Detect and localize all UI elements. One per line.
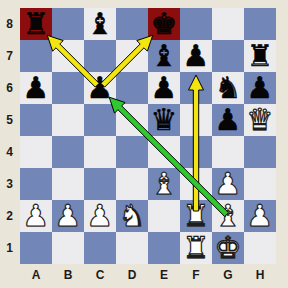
square-c2[interactable]: ♟ (84, 200, 116, 232)
square-b6[interactable] (52, 72, 84, 104)
square-e8[interactable]: ♚ (148, 8, 180, 40)
square-g5[interactable]: ♟ (212, 104, 244, 136)
square-c7[interactable] (84, 40, 116, 72)
square-b8[interactable] (52, 8, 84, 40)
square-h5[interactable]: ♛ (244, 104, 276, 136)
square-h2[interactable]: ♟ (244, 200, 276, 232)
square-g3[interactable]: ♟ (212, 168, 244, 200)
piece-white-pawn[interactable]: ♟ (84, 200, 116, 232)
file-label-b: B (52, 265, 84, 285)
square-c4[interactable] (84, 136, 116, 168)
piece-white-bishop[interactable]: ♝ (148, 168, 180, 200)
piece-white-king[interactable]: ♚ (212, 232, 244, 264)
square-c5[interactable] (84, 104, 116, 136)
square-h8[interactable] (244, 8, 276, 40)
square-h1[interactable] (244, 232, 276, 264)
square-g1[interactable]: ♚ (212, 232, 244, 264)
square-a5[interactable] (20, 104, 52, 136)
square-g2[interactable]: ♝ (212, 200, 244, 232)
square-c6[interactable]: ♟ (84, 72, 116, 104)
rank-label-2: 2 (2, 200, 17, 232)
square-c8[interactable]: ♝ (84, 8, 116, 40)
square-a4[interactable] (20, 136, 52, 168)
piece-white-pawn[interactable]: ♟ (212, 168, 244, 200)
square-e4[interactable] (148, 136, 180, 168)
piece-black-pawn[interactable]: ♟ (20, 72, 52, 104)
piece-black-pawn[interactable]: ♟ (148, 72, 180, 104)
file-label-d: D (116, 265, 148, 285)
square-b4[interactable] (52, 136, 84, 168)
square-f4[interactable] (180, 136, 212, 168)
square-g6[interactable]: ♞ (212, 72, 244, 104)
square-d3[interactable] (116, 168, 148, 200)
piece-black-bishop[interactable]: ♝ (148, 40, 180, 72)
file-label-f: F (180, 265, 212, 285)
file-label-h: H (244, 265, 276, 285)
square-g8[interactable] (212, 8, 244, 40)
file-label-c: C (84, 265, 116, 285)
square-b5[interactable] (52, 104, 84, 136)
square-h6[interactable]: ♟ (244, 72, 276, 104)
piece-black-queen[interactable]: ♛ (148, 104, 180, 136)
rank-label-6: 6 (2, 72, 17, 104)
square-a1[interactable] (20, 232, 52, 264)
square-b2[interactable]: ♟ (52, 200, 84, 232)
square-f3[interactable] (180, 168, 212, 200)
square-a8[interactable]: ♜ (20, 8, 52, 40)
piece-white-bishop[interactable]: ♝ (212, 200, 244, 232)
square-b1[interactable] (52, 232, 84, 264)
square-d8[interactable] (116, 8, 148, 40)
square-c3[interactable] (84, 168, 116, 200)
piece-black-pawn[interactable]: ♟ (244, 72, 276, 104)
rank-label-4: 4 (2, 136, 17, 168)
rank-label-3: 3 (2, 168, 17, 200)
square-d2[interactable]: ♞ (116, 200, 148, 232)
square-e1[interactable] (148, 232, 180, 264)
square-e6[interactable]: ♟ (148, 72, 180, 104)
rank-label-1: 1 (2, 232, 17, 264)
square-a2[interactable]: ♟ (20, 200, 52, 232)
square-d1[interactable] (116, 232, 148, 264)
square-f5[interactable] (180, 104, 212, 136)
piece-black-rook[interactable]: ♜ (244, 40, 276, 72)
square-c1[interactable] (84, 232, 116, 264)
square-d7[interactable] (116, 40, 148, 72)
square-d5[interactable] (116, 104, 148, 136)
square-e5[interactable]: ♛ (148, 104, 180, 136)
piece-white-rook[interactable]: ♜ (180, 200, 212, 232)
chess-app-screen: ♜♝♚♝♟♜♟♟♟♞♟♛♟♛♝♟♟♟♟♞♜♝♟♜♚ 87654321 ABCDE… (0, 0, 288, 288)
square-h4[interactable] (244, 136, 276, 168)
piece-black-king[interactable]: ♚ (148, 8, 180, 40)
square-a7[interactable] (20, 40, 52, 72)
square-b7[interactable] (52, 40, 84, 72)
square-f6[interactable] (180, 72, 212, 104)
piece-black-pawn[interactable]: ♟ (180, 40, 212, 72)
piece-black-knight[interactable]: ♞ (212, 72, 244, 104)
square-h7[interactable]: ♜ (244, 40, 276, 72)
piece-black-bishop[interactable]: ♝ (84, 8, 116, 40)
rank-label-7: 7 (2, 40, 17, 72)
square-f2[interactable]: ♜ (180, 200, 212, 232)
chess-board: ♜♝♚♝♟♜♟♟♟♞♟♛♟♛♝♟♟♟♟♞♜♝♟♜♚ (20, 8, 276, 264)
square-f8[interactable] (180, 8, 212, 40)
piece-white-pawn[interactable]: ♟ (20, 200, 52, 232)
file-label-a: A (20, 265, 52, 285)
file-label-g: G (212, 265, 244, 285)
piece-white-pawn[interactable]: ♟ (52, 200, 84, 232)
square-e3[interactable]: ♝ (148, 168, 180, 200)
piece-white-rook[interactable]: ♜ (180, 232, 212, 264)
rank-label-8: 8 (2, 8, 17, 40)
square-d4[interactable] (116, 136, 148, 168)
square-e2[interactable] (148, 200, 180, 232)
square-b3[interactable] (52, 168, 84, 200)
file-label-e: E (148, 265, 180, 285)
piece-white-queen[interactable]: ♛ (244, 104, 276, 136)
square-d6[interactable] (116, 72, 148, 104)
square-h3[interactable] (244, 168, 276, 200)
square-f7[interactable]: ♟ (180, 40, 212, 72)
piece-black-rook[interactable]: ♜ (20, 8, 52, 40)
piece-white-knight[interactable]: ♞ (116, 200, 148, 232)
piece-black-pawn[interactable]: ♟ (84, 72, 116, 104)
rank-label-5: 5 (2, 104, 17, 136)
square-g4[interactable] (212, 136, 244, 168)
square-a6[interactable]: ♟ (20, 72, 52, 104)
square-a3[interactable] (20, 168, 52, 200)
piece-black-pawn[interactable]: ♟ (212, 104, 244, 136)
piece-white-pawn[interactable]: ♟ (244, 200, 276, 232)
square-f1[interactable]: ♜ (180, 232, 212, 264)
square-g7[interactable] (212, 40, 244, 72)
square-e7[interactable]: ♝ (148, 40, 180, 72)
